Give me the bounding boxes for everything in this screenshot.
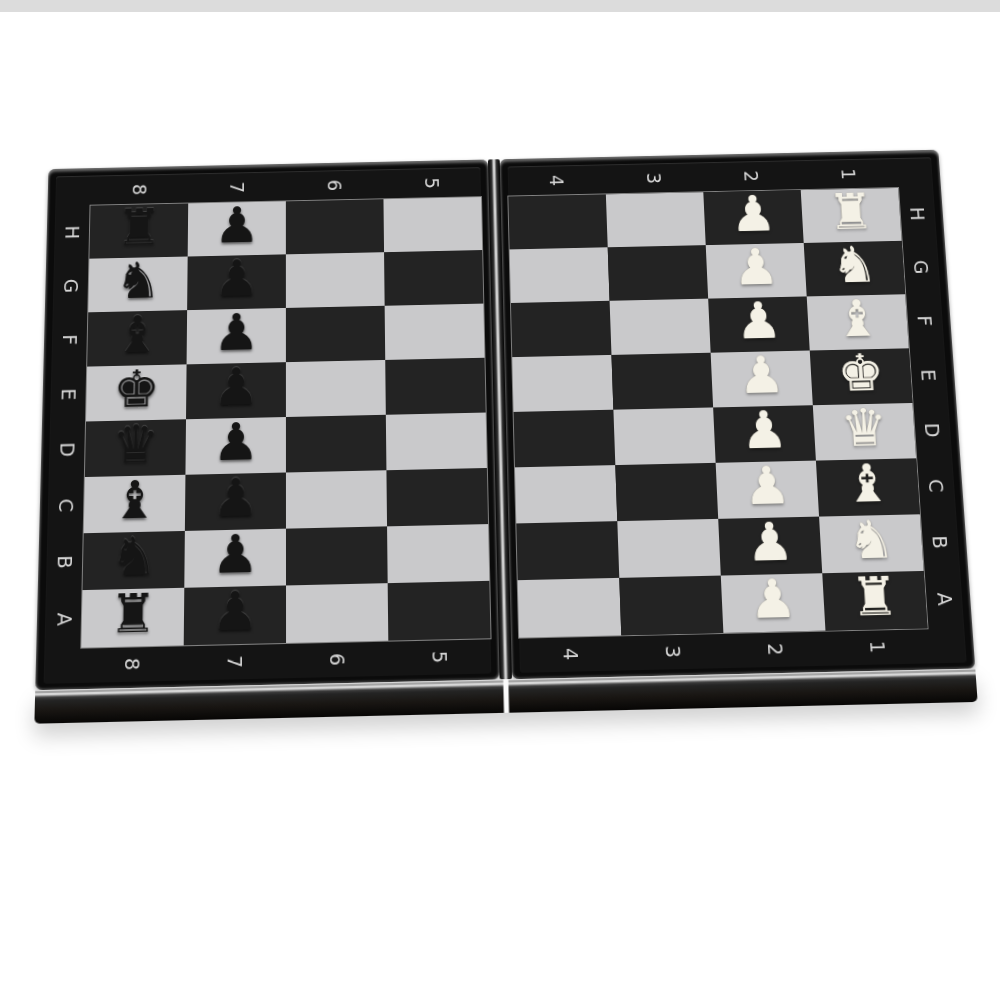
piece-black-pawn[interactable]: ♟ (212, 416, 259, 469)
square-a8[interactable]: ♜ (81, 588, 184, 648)
square-a6[interactable] (286, 583, 388, 643)
piece-white-pawn[interactable]: ♟ (745, 515, 795, 569)
square-g1[interactable]: ♞ (804, 241, 905, 297)
rank-label-7: 7 (223, 655, 246, 668)
rank-label-8: 8 (129, 184, 151, 196)
piece-black-knight[interactable]: ♞ (110, 530, 158, 584)
left-half-surface: 8765 HGFEDCBA ♜♟♞♟♝♟♚♟♛♟♝♟♞♟♜♟ 8765 (44, 167, 492, 684)
square-c2[interactable]: ♟ (716, 461, 819, 519)
piece-white-queen[interactable]: ♛ (839, 402, 889, 454)
square-d5[interactable] (386, 413, 487, 471)
piece-white-pawn[interactable]: ♟ (742, 459, 792, 512)
square-e3[interactable] (611, 353, 713, 410)
piece-white-bishop[interactable]: ♝ (833, 293, 882, 344)
case-hinge-gap (503, 679, 509, 713)
square-b4[interactable] (516, 521, 619, 580)
rank-label-2: 2 (764, 643, 787, 656)
square-c6[interactable] (286, 470, 387, 528)
rank-label-5: 5 (428, 650, 451, 663)
board-halves: 8765 HGFEDCBA ♜♟♞♟♝♟♚♟♛♟♝♟♞♟♜♟ 8765 4321… (35, 150, 975, 691)
file-label-e: E (917, 369, 940, 381)
piece-white-pawn[interactable]: ♟ (748, 572, 798, 626)
piece-white-rook[interactable]: ♜ (849, 570, 900, 624)
file-label-f: F (914, 315, 936, 326)
rank-label-5: 5 (421, 177, 443, 189)
rank-label-8: 8 (121, 658, 144, 671)
file-label-e: E (58, 388, 80, 400)
square-c5[interactable] (386, 468, 488, 526)
square-e8[interactable]: ♚ (86, 364, 187, 421)
square-h3[interactable] (606, 192, 706, 247)
piece-white-pawn[interactable]: ♟ (729, 189, 777, 239)
square-b2[interactable]: ♟ (718, 517, 822, 576)
rank-label-2: 2 (740, 170, 762, 182)
square-a1[interactable]: ♜ (822, 571, 927, 631)
square-b8[interactable]: ♞ (83, 531, 185, 590)
file-label-b: B (54, 555, 77, 569)
square-b5[interactable] (387, 524, 489, 583)
piece-black-pawn[interactable]: ♟ (214, 253, 260, 304)
square-g8[interactable]: ♞ (88, 257, 187, 313)
right-half-surface: 4321 ♟♜♟♞♟♝♟♚♟♛♟♝♟♞♟♜ HGFEDCBA 4321 (508, 157, 967, 673)
square-c3[interactable] (615, 463, 718, 521)
rank-label-1: 1 (866, 640, 889, 653)
file-label-g: G (60, 279, 82, 294)
piece-white-pawn[interactable]: ♟ (737, 349, 786, 401)
left-checker-grid: ♜♟♞♟♝♟♚♟♛♟♝♟♞♟♜♟ (81, 197, 490, 648)
file-label-h: H (906, 207, 928, 221)
piece-white-pawn[interactable]: ♟ (734, 295, 783, 346)
rank-label-4: 4 (546, 175, 568, 187)
square-h6[interactable] (286, 199, 384, 254)
square-f1[interactable]: ♝ (807, 294, 909, 350)
rank-label-4: 4 (559, 647, 582, 660)
file-label-a: A (932, 592, 955, 606)
rank-label-7: 7 (226, 182, 248, 194)
square-a7[interactable]: ♟ (184, 585, 286, 645)
square-b3[interactable] (617, 519, 720, 578)
rank-label-3: 3 (662, 645, 685, 658)
square-g4[interactable] (510, 247, 610, 303)
piece-white-pawn[interactable]: ♟ (740, 404, 789, 456)
square-d4[interactable] (514, 410, 616, 468)
piece-white-knight[interactable]: ♞ (846, 513, 896, 567)
square-d7[interactable]: ♟ (185, 417, 286, 475)
file-label-f: F (59, 334, 81, 345)
square-h7[interactable]: ♟ (188, 201, 286, 256)
square-c8[interactable]: ♝ (84, 475, 186, 533)
rank-label-1: 1 (837, 168, 859, 180)
right-checker-grid: ♟♜♟♞♟♝♟♚♟♛♟♝♟♞♟♜ (508, 188, 927, 638)
square-h5[interactable] (383, 197, 482, 252)
piece-black-pawn[interactable]: ♟ (212, 471, 259, 524)
square-a2[interactable]: ♟ (721, 573, 826, 633)
piece-white-rook[interactable]: ♜ (827, 187, 876, 237)
square-d6[interactable] (286, 415, 386, 473)
square-h1[interactable]: ♜ (801, 188, 902, 243)
square-d8[interactable]: ♛ (85, 419, 186, 477)
file-label-c: C (55, 499, 77, 513)
piece-black-pawn[interactable]: ♟ (213, 361, 260, 413)
file-label-a: A (52, 612, 75, 626)
square-h8[interactable]: ♜ (89, 204, 188, 259)
piece-black-rook[interactable]: ♜ (109, 586, 157, 640)
piece-black-rook[interactable]: ♜ (116, 202, 162, 252)
square-f8[interactable]: ♝ (87, 310, 187, 366)
piece-black-pawn[interactable]: ♟ (213, 307, 259, 358)
square-e2[interactable]: ♟ (711, 351, 813, 408)
square-b7[interactable]: ♟ (184, 529, 286, 588)
square-e4[interactable] (512, 355, 613, 412)
square-e7[interactable]: ♟ (186, 362, 286, 419)
file-label-h: H (61, 225, 83, 239)
piece-white-king[interactable]: ♚ (836, 347, 885, 399)
square-g2[interactable]: ♟ (706, 243, 807, 299)
file-label-d: D (56, 442, 78, 457)
square-h2[interactable]: ♟ (703, 190, 803, 245)
square-d3[interactable] (613, 407, 715, 465)
piece-black-pawn[interactable]: ♟ (211, 527, 259, 581)
file-label-d: D (921, 423, 944, 438)
square-f3[interactable] (610, 299, 711, 355)
rank-label-6: 6 (324, 179, 346, 191)
square-h4[interactable] (508, 194, 607, 249)
square-f6[interactable] (286, 306, 385, 362)
square-d1[interactable]: ♛ (813, 403, 916, 461)
piece-white-pawn[interactable]: ♟ (732, 242, 780, 293)
square-f4[interactable] (511, 301, 612, 357)
file-label-b: B (928, 535, 951, 549)
piece-white-bishop[interactable]: ♝ (843, 457, 893, 510)
square-f5[interactable] (385, 304, 485, 360)
piece-black-bishop[interactable]: ♝ (111, 473, 159, 526)
square-c7[interactable]: ♟ (185, 473, 286, 531)
backdrop-band (0, 0, 1000, 12)
square-b6[interactable] (286, 526, 388, 585)
rank-label-3: 3 (643, 172, 665, 184)
square-d2[interactable]: ♟ (713, 405, 816, 463)
square-a4[interactable] (518, 578, 622, 638)
square-f2[interactable]: ♟ (708, 296, 810, 352)
file-label-g: G (910, 260, 933, 275)
piece-black-knight[interactable]: ♞ (115, 255, 162, 306)
board-right-half: 4321 ♟♜♟♞♟♝♟♚♟♛♟♝♟♞♟♜ HGFEDCBA 4321 (500, 150, 976, 680)
piece-black-queen[interactable]: ♛ (112, 418, 160, 471)
square-g7[interactable]: ♟ (187, 254, 286, 310)
square-c1[interactable]: ♝ (816, 458, 920, 516)
square-f7[interactable]: ♟ (187, 308, 286, 364)
file-label-c: C (925, 479, 948, 493)
chess-board: 8765 HGFEDCBA ♜♟♞♟♝♟♚♟♛♟♝♟♞♟♜♟ 8765 4321… (34, 150, 977, 724)
square-c4[interactable] (515, 465, 617, 523)
piece-white-knight[interactable]: ♞ (830, 239, 879, 290)
square-a5[interactable] (388, 581, 491, 641)
square-e5[interactable] (385, 358, 485, 415)
piece-black-pawn[interactable]: ♟ (211, 584, 259, 638)
product-photo-scene: 8765 HGFEDCBA ♜♟♞♟♝♟♚♟♛♟♝♟♞♟♜♟ 8765 4321… (0, 0, 1000, 1000)
piece-black-king[interactable]: ♚ (113, 363, 160, 415)
board-left-half: 8765 HGFEDCBA ♜♟♞♟♝♟♚♟♛♟♝♟♞♟♜♟ 8765 (35, 159, 499, 690)
rank-label-6: 6 (326, 653, 349, 666)
square-e6[interactable] (286, 360, 386, 417)
square-b1[interactable]: ♞ (819, 514, 924, 573)
piece-black-bishop[interactable]: ♝ (114, 309, 161, 360)
square-a3[interactable] (619, 576, 723, 636)
square-g6[interactable] (286, 252, 385, 308)
piece-black-pawn[interactable]: ♟ (214, 200, 260, 250)
square-g5[interactable] (384, 250, 483, 306)
square-g3[interactable] (608, 245, 708, 301)
square-e1[interactable]: ♚ (810, 348, 913, 405)
